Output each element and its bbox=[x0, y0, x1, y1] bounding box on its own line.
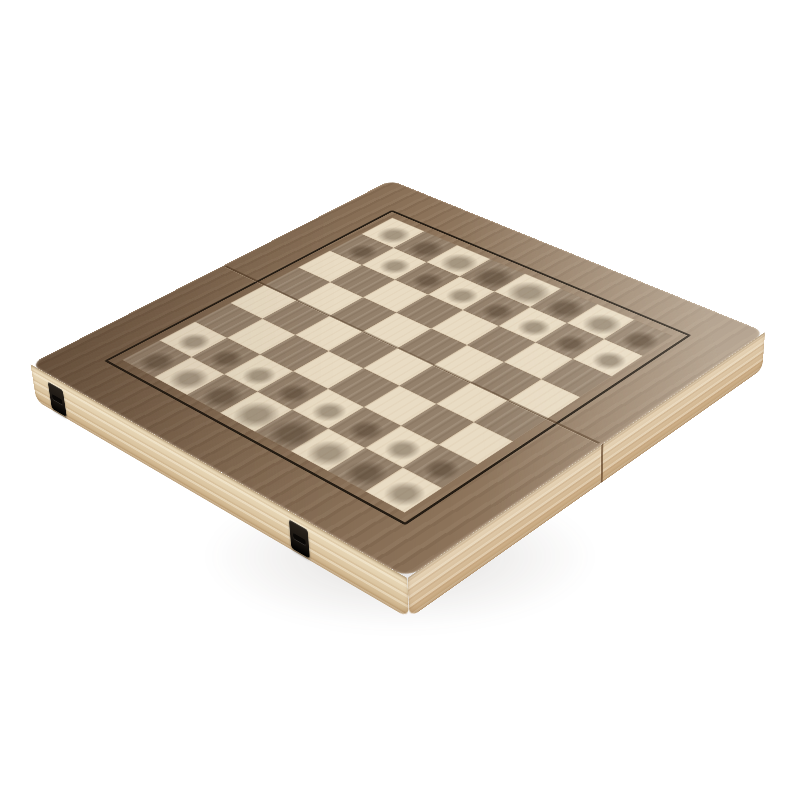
fold-seam-side bbox=[601, 443, 604, 483]
latch-clasp-front bbox=[289, 520, 310, 559]
piece-shadow bbox=[473, 299, 521, 324]
latch-clasp-left bbox=[48, 382, 67, 417]
square-d3[interactable] bbox=[396, 294, 463, 328]
pawn-glyph: ♟ bbox=[387, 197, 465, 283]
piece-shadow bbox=[431, 249, 488, 277]
pawn-glyph: ♟ bbox=[455, 225, 535, 314]
rook-glyph: ♜ bbox=[349, 146, 433, 238]
square-e2[interactable] bbox=[463, 291, 530, 325]
square-c3[interactable] bbox=[363, 279, 429, 312]
pawn-glyph: ♟ bbox=[322, 170, 398, 254]
pawn-glyph: ♟ bbox=[354, 183, 431, 268]
rook-glyph: ♜ bbox=[350, 383, 453, 496]
square-d2[interactable] bbox=[429, 276, 495, 309]
queen-glyph: ♛ bbox=[439, 167, 542, 281]
square-a2[interactable] bbox=[330, 234, 393, 265]
piece-shadow bbox=[462, 262, 524, 293]
pawn-glyph: ♟ bbox=[420, 211, 499, 299]
piece-shadow bbox=[368, 223, 418, 247]
square-c1[interactable] bbox=[426, 245, 490, 277]
piece-shadow bbox=[399, 236, 453, 262]
knight-glyph: ♞ bbox=[378, 153, 468, 252]
square-b2[interactable] bbox=[362, 248, 426, 280]
piece-shadow bbox=[405, 269, 452, 293]
square-c2[interactable] bbox=[395, 262, 460, 294]
piece-shadow bbox=[340, 241, 386, 263]
pieces-layer: ♜♞♝♛♚♝♞♜♟♟♟♟♟♟♟♟♟♟♟♟♟♟♟♟♜♞♝♛♚♝♞♜ bbox=[30, 180, 765, 578]
square-b1[interactable] bbox=[394, 231, 457, 262]
piece-shadow bbox=[372, 255, 418, 278]
chess-set-photo: ♜♞♝♛♚♝♞♜♟♟♟♟♟♟♟♟♟♟♟♟♟♟♟♟♜♞♝♛♚♝♞♜ bbox=[0, 0, 800, 800]
camera-tilt-wrapper: ♜♞♝♛♚♝♞♜♟♟♟♟♟♟♟♟♟♟♟♟♟♟♟♟♜♞♝♛♚♝♞♜ bbox=[0, 0, 800, 800]
square-a1[interactable] bbox=[362, 218, 424, 248]
bishop-glyph: ♝ bbox=[409, 162, 504, 266]
square-d1[interactable] bbox=[460, 259, 525, 291]
pawn-glyph: ♟ bbox=[564, 270, 648, 363]
chess-board: ♜♞♝♛♚♝♞♜♟♟♟♟♟♟♟♟♟♟♟♟♟♟♟♟♜♞♝♛♚♝♞♜ bbox=[30, 180, 765, 578]
square-a3[interactable] bbox=[298, 250, 362, 282]
square-e3[interactable] bbox=[431, 310, 499, 345]
piece-shadow bbox=[439, 284, 487, 308]
